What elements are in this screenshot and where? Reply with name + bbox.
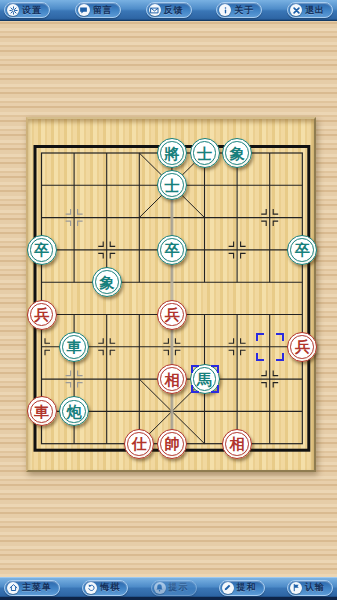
close-icon xyxy=(290,4,302,16)
red-elephant[interactable]: 相 xyxy=(157,364,187,394)
black-general[interactable]: 將 xyxy=(157,138,187,168)
undo-icon xyxy=(85,582,97,594)
piece-glyph: 卒 xyxy=(164,242,179,257)
hint-button: 提示 xyxy=(151,580,197,596)
black-horse[interactable]: 馬 xyxy=(190,364,220,394)
bell-icon xyxy=(154,582,166,594)
piece-glyph: 象 xyxy=(230,145,245,160)
button-label: 退出 xyxy=(305,4,325,17)
piece-glyph: 兵 xyxy=(295,339,310,354)
draw-button[interactable]: 提和 xyxy=(219,580,265,596)
black-advisor[interactable]: 士 xyxy=(190,138,220,168)
message-button[interactable]: 留言 xyxy=(75,2,121,18)
pencil-icon xyxy=(222,582,234,594)
piece-glyph: 仕 xyxy=(132,436,147,451)
red-soldier[interactable]: 兵 xyxy=(157,300,187,330)
red-advisor[interactable]: 仕 xyxy=(124,429,154,459)
button-label: 关于 xyxy=(234,4,254,17)
flag-icon xyxy=(290,582,302,594)
home-icon xyxy=(7,582,19,594)
piece-glyph: 相 xyxy=(230,436,245,451)
exit-button[interactable]: 退出 xyxy=(287,2,333,18)
button-label: 提示 xyxy=(169,581,189,594)
button-label: 悔棋 xyxy=(100,581,120,594)
piece-glyph: 卒 xyxy=(295,242,310,257)
gear-icon xyxy=(7,4,19,16)
speech-icon xyxy=(78,4,90,16)
bottom-toolbar: 主菜单悔棋提示提和认输 xyxy=(0,577,337,597)
piece-glyph: 馬 xyxy=(197,371,212,386)
black-soldier[interactable]: 卒 xyxy=(27,235,57,265)
piece-glyph: 帥 xyxy=(164,436,179,451)
app-window: 设置留言反馈关于退出 將士象士卒卒卒象兵兵車兵相馬車炮仕帥相 主菜单悔棋提示提和… xyxy=(0,0,337,600)
settings-button[interactable]: 设置 xyxy=(4,2,50,18)
button-label: 提和 xyxy=(237,581,257,594)
piece-glyph: 車 xyxy=(67,339,82,354)
piece-glyph: 士 xyxy=(164,177,179,192)
button-label: 反馈 xyxy=(164,4,184,17)
piece-glyph: 象 xyxy=(99,274,114,289)
red-elephant[interactable]: 相 xyxy=(222,429,252,459)
black-chariot[interactable]: 車 xyxy=(59,332,89,362)
red-chariot[interactable]: 車 xyxy=(27,396,57,426)
red-soldier[interactable]: 兵 xyxy=(287,332,317,362)
button-label: 留言 xyxy=(93,4,113,17)
xiangqi-board[interactable]: 將士象士卒卒卒象兵兵車兵相馬車炮仕帥相 xyxy=(26,117,316,472)
main-menu-button[interactable]: 主菜单 xyxy=(4,580,60,596)
piece-glyph: 兵 xyxy=(164,307,179,322)
piece-glyph: 卒 xyxy=(34,242,49,257)
black-elephant[interactable]: 象 xyxy=(222,138,252,168)
piece-glyph: 兵 xyxy=(34,307,49,322)
info-icon xyxy=(219,4,231,16)
piece-glyph: 將 xyxy=(164,145,179,160)
button-label: 设置 xyxy=(22,4,42,17)
about-button[interactable]: 关于 xyxy=(216,2,262,18)
black-advisor[interactable]: 士 xyxy=(157,170,187,200)
mail-icon xyxy=(149,4,161,16)
piece-glyph: 炮 xyxy=(67,403,82,418)
feedback-button[interactable]: 反馈 xyxy=(146,2,192,18)
piece-glyph: 士 xyxy=(197,145,212,160)
black-soldier[interactable]: 卒 xyxy=(157,235,187,265)
undo-button[interactable]: 悔棋 xyxy=(82,580,128,596)
button-label: 认输 xyxy=(305,581,325,594)
red-soldier[interactable]: 兵 xyxy=(27,300,57,330)
piece-glyph: 相 xyxy=(164,371,179,386)
red-general[interactable]: 帥 xyxy=(157,429,187,459)
button-label: 主菜单 xyxy=(22,581,52,594)
black-soldier[interactable]: 卒 xyxy=(287,235,317,265)
piece-glyph: 車 xyxy=(34,403,49,418)
black-elephant[interactable]: 象 xyxy=(92,267,122,297)
resign-button[interactable]: 认输 xyxy=(287,580,333,596)
top-toolbar: 设置留言反馈关于退出 xyxy=(0,0,337,21)
